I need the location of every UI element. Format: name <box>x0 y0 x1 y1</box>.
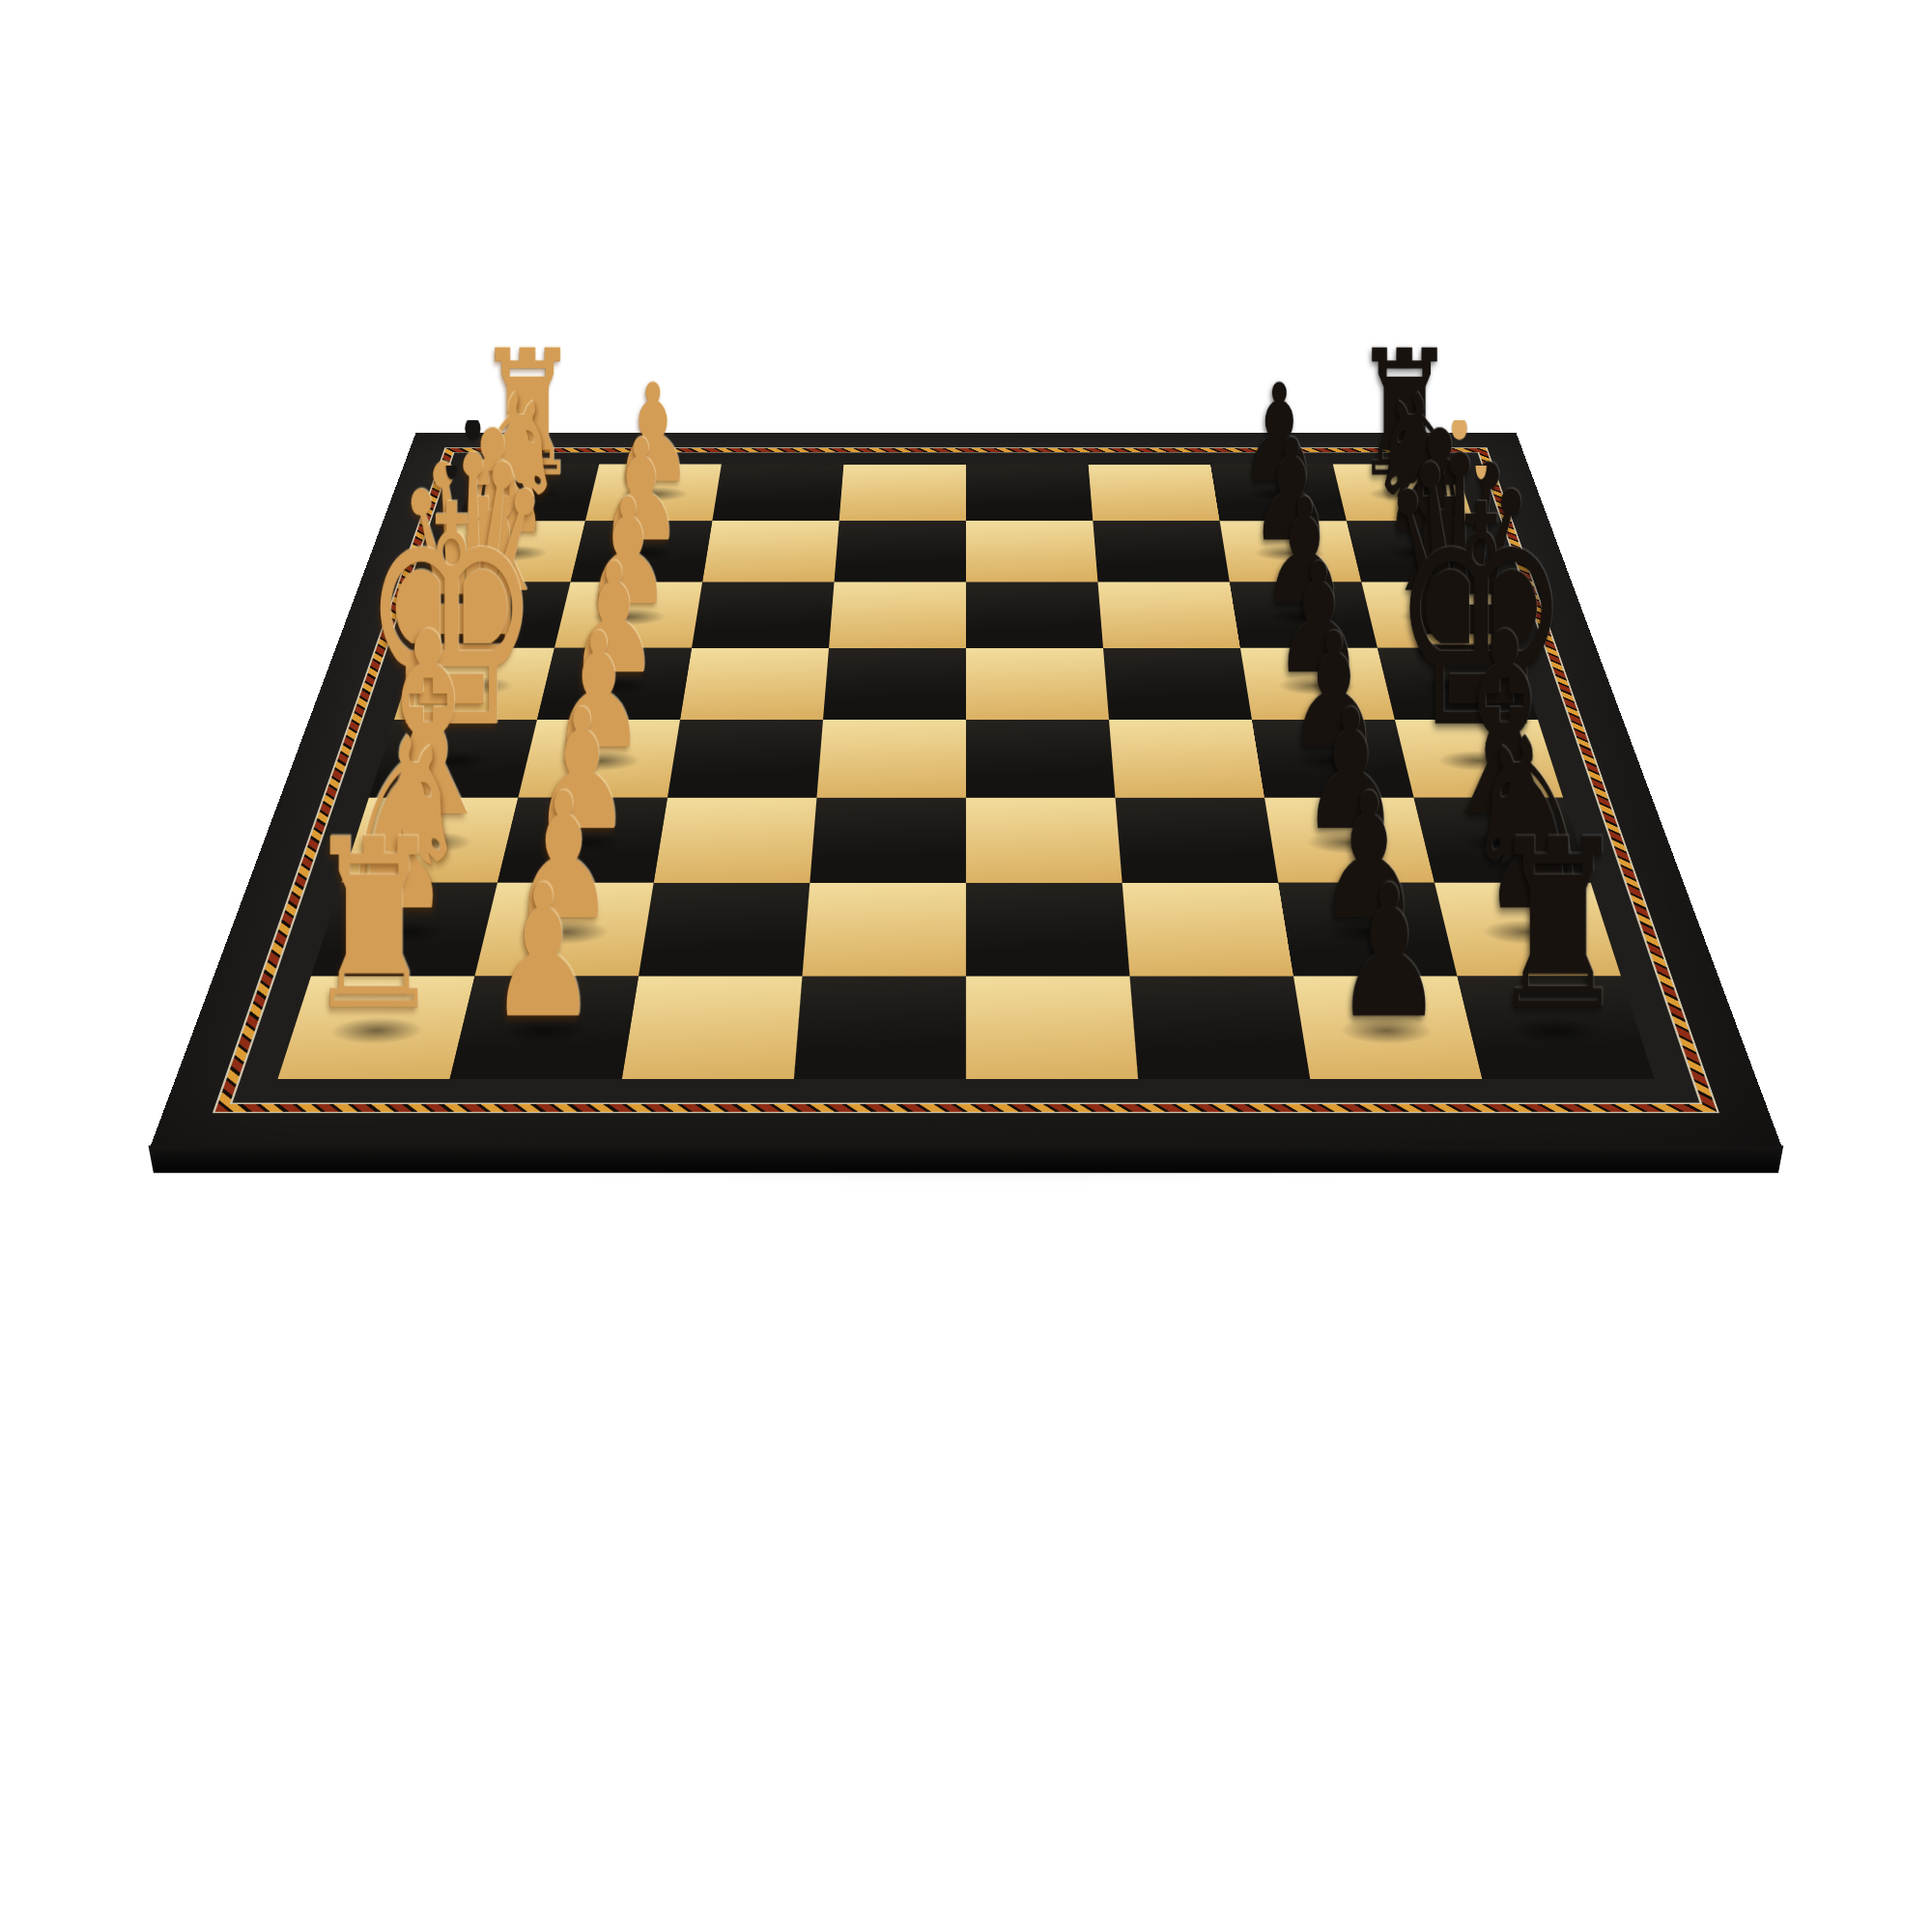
photo-backdrop: { "game": "chess", "scene_description": … <box>0 0 1932 1932</box>
square-h7[interactable]: ♟ <box>1293 977 1482 1080</box>
piece-glyph: ♟ <box>1334 860 1443 1042</box>
piece-glyph: ♜ <box>1489 809 1628 1042</box>
square-g4[interactable] <box>802 883 966 977</box>
square-h4[interactable] <box>794 977 966 1080</box>
square-e3[interactable] <box>668 720 823 798</box>
square-h2[interactable]: ♟ <box>450 977 639 1080</box>
board-front-edge <box>149 1146 1784 1174</box>
queen-ball-finial <box>1452 416 1467 440</box>
square-h5[interactable] <box>966 977 1138 1080</box>
square-h3[interactable] <box>622 977 803 1080</box>
square-f5[interactable] <box>966 798 1122 883</box>
square-f3[interactable] <box>654 798 817 883</box>
white-rook[interactable]: ♜ <box>304 809 443 1042</box>
square-h8[interactable]: ♜ <box>1458 977 1655 1080</box>
square-h6[interactable] <box>1130 977 1311 1080</box>
piece-glyph: ♜ <box>304 809 443 1042</box>
black-rook[interactable]: ♜ <box>1489 809 1628 1042</box>
white-pawn[interactable]: ♟ <box>489 860 598 1042</box>
board-frame: ♜♟♟♜♞♟♟♞♝♟♟♝♛♟♟♛♚♟♟♚♝♟♟♝♞♟♟♞♜♟♟♜ <box>151 433 1781 1146</box>
square-e5[interactable] <box>966 720 1116 798</box>
square-e4[interactable] <box>816 720 966 798</box>
square-h1[interactable]: ♜ <box>277 977 474 1080</box>
square-e6[interactable] <box>1109 720 1264 798</box>
black-pawn[interactable]: ♟ <box>1334 860 1443 1042</box>
chess-board: ♜♟♟♜♞♟♟♞♝♟♟♝♛♟♟♛♚♟♟♚♝♟♟♝♞♟♟♞♜♟♟♜ <box>151 433 1781 1146</box>
square-g6[interactable] <box>1122 883 1293 977</box>
square-g3[interactable] <box>639 883 810 977</box>
queen-ball-finial <box>465 416 480 440</box>
square-f6[interactable] <box>1116 798 1279 883</box>
chess-photo-scene: ♜♟♟♜♞♟♟♞♝♟♟♝♛♟♟♛♚♟♟♚♝♟♟♝♞♟♟♞♜♟♟♜ <box>0 0 1932 1932</box>
square-g5[interactable] <box>966 883 1130 977</box>
square-f4[interactable] <box>810 798 966 883</box>
piece-glyph: ♟ <box>489 860 598 1042</box>
